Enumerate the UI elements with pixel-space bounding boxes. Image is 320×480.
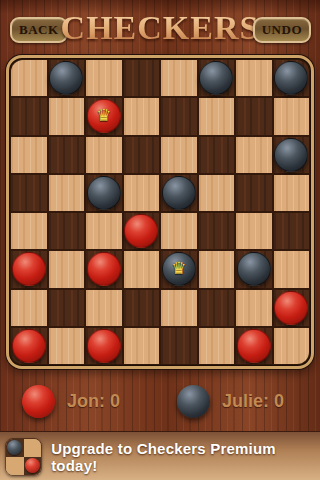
red-checker[interactable] [124,214,158,248]
board-square-r0c2[interactable] [86,60,122,96]
icon-square-tan [6,457,24,475]
board-square-r0c7[interactable] [274,60,310,96]
board-square-r6c0[interactable] [11,290,47,326]
board-square-r6c2[interactable] [86,290,122,326]
checkers-app-icon [5,438,42,476]
board-square-r0c5[interactable] [199,60,235,96]
checkers-board-frame: ♛♛ [6,55,314,369]
board-square-r7c5[interactable] [199,328,235,364]
board-square-r3c7[interactable] [274,175,310,211]
board-square-r1c6[interactable] [236,98,272,134]
icon-red-checker [25,458,40,473]
red-checker[interactable] [12,329,46,363]
board-square-r3c2[interactable] [86,175,122,211]
board-square-r5c0[interactable] [11,251,47,287]
black-checker[interactable] [162,176,196,210]
undo-button[interactable]: UNDO [253,17,311,43]
board-square-r1c4[interactable] [161,98,197,134]
board-square-r2c4[interactable] [161,137,197,173]
board-square-r2c7[interactable] [274,137,310,173]
black-checker[interactable] [87,176,121,210]
board-square-r0c1[interactable] [49,60,85,96]
black-checker[interactable] [237,252,271,286]
board-square-r5c4[interactable]: ♛ [161,251,197,287]
board-square-r4c0[interactable] [11,213,47,249]
board-square-r2c2[interactable] [86,137,122,173]
board-square-r2c5[interactable] [199,137,235,173]
checkers-board[interactable]: ♛♛ [11,60,309,364]
board-square-r1c7[interactable] [274,98,310,134]
board-square-r5c7[interactable] [274,251,310,287]
board-square-r1c2[interactable]: ♛ [86,98,122,134]
black-checker[interactable] [199,61,233,95]
board-square-r5c3[interactable] [124,251,160,287]
board-square-r0c3[interactable] [124,60,160,96]
king-crown-icon: ♛ [171,260,186,277]
board-square-r7c1[interactable] [49,328,85,364]
board-square-r4c3[interactable] [124,213,160,249]
board-square-r4c1[interactable] [49,213,85,249]
board-square-r2c6[interactable] [236,137,272,173]
board-square-r3c3[interactable] [124,175,160,211]
upgrade-banner-text: Upgrade to Checkers Premium today! [51,440,320,474]
board-square-r6c3[interactable] [124,290,160,326]
board-square-r3c5[interactable] [199,175,235,211]
red-checker[interactable] [87,329,121,363]
black-checker[interactable] [49,61,83,95]
board-square-r7c6[interactable] [236,328,272,364]
board-square-r1c5[interactable] [199,98,235,134]
red-checker[interactable] [237,329,271,363]
board-square-r1c1[interactable] [49,98,85,134]
red-checker[interactable] [87,252,121,286]
king-crown-icon: ♛ [96,107,111,124]
board-square-r7c7[interactable] [274,328,310,364]
score-red-player: Jon: 0 [22,383,120,419]
board-square-r7c2[interactable] [86,328,122,364]
board-square-r0c0[interactable] [11,60,47,96]
board-square-r4c2[interactable] [86,213,122,249]
board-square-r6c7[interactable] [274,290,310,326]
board-square-r4c5[interactable] [199,213,235,249]
board-square-r6c5[interactable] [199,290,235,326]
upgrade-banner[interactable]: Upgrade to Checkers Premium today! [0,431,320,480]
board-square-r3c4[interactable] [161,175,197,211]
black-checker[interactable] [274,138,308,172]
board-square-r5c2[interactable] [86,251,122,287]
black-checker-icon [177,385,210,418]
red-checker[interactable] [12,252,46,286]
board-square-r3c1[interactable] [49,175,85,211]
score-black-player: Julie: 0 [177,383,284,419]
icon-square-dark [6,439,24,457]
board-square-r1c3[interactable] [124,98,160,134]
board-square-r2c3[interactable] [124,137,160,173]
black-player-score: Julie: 0 [222,391,284,412]
board-square-r4c6[interactable] [236,213,272,249]
red-player-score: Jon: 0 [67,391,120,412]
black-checker[interactable] [274,61,308,95]
board-square-r7c4[interactable] [161,328,197,364]
icon-black-checker [7,440,22,455]
board-square-r2c1[interactable] [49,137,85,173]
board-square-r4c7[interactable] [274,213,310,249]
board-square-r7c0[interactable] [11,328,47,364]
board-square-r6c4[interactable] [161,290,197,326]
black-checker-king[interactable]: ♛ [162,252,196,286]
icon-square-tan [24,439,42,457]
board-square-r0c4[interactable] [161,60,197,96]
board-square-r3c0[interactable] [11,175,47,211]
board-square-r2c0[interactable] [11,137,47,173]
board-square-r5c1[interactable] [49,251,85,287]
red-checker-icon [22,385,55,418]
board-square-r4c4[interactable] [161,213,197,249]
board-square-r6c1[interactable] [49,290,85,326]
board-square-r3c6[interactable] [236,175,272,211]
board-square-r7c3[interactable] [124,328,160,364]
board-square-r1c0[interactable] [11,98,47,134]
icon-square-dark [24,457,42,475]
board-square-r5c6[interactable] [236,251,272,287]
board-square-r5c5[interactable] [199,251,235,287]
board-square-r0c6[interactable] [236,60,272,96]
red-checker[interactable] [274,291,308,325]
board-square-r6c6[interactable] [236,290,272,326]
red-checker-king[interactable]: ♛ [87,99,121,133]
